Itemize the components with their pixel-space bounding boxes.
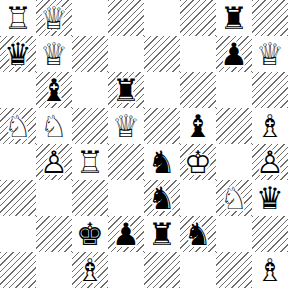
black-queen: ♛ <box>0 36 36 72</box>
square-b8[interactable]: ♛♕ <box>36 0 72 36</box>
white-bishop-backing: ♝ <box>252 252 288 288</box>
black-rook-backing: ♜ <box>216 0 252 36</box>
square-g3[interactable]: ♞♘ <box>216 180 252 216</box>
square-d4[interactable] <box>108 144 144 180</box>
square-e8[interactable] <box>144 0 180 36</box>
white-queen: ♕ <box>36 36 72 72</box>
white-pawn-backing: ♟ <box>252 144 288 180</box>
square-e7[interactable] <box>144 36 180 72</box>
white-queen: ♕ <box>252 36 288 72</box>
square-f5[interactable]: ♝♝ <box>180 108 216 144</box>
square-e2[interactable]: ♜♜ <box>144 216 180 252</box>
square-f1[interactable] <box>180 252 216 288</box>
white-pawn: ♙ <box>252 144 288 180</box>
square-c3[interactable] <box>72 180 108 216</box>
black-rook: ♜ <box>216 0 252 36</box>
square-g8[interactable]: ♜♜ <box>216 0 252 36</box>
white-bishop-backing: ♝ <box>252 108 288 144</box>
square-b4[interactable]: ♟♙ <box>36 144 72 180</box>
white-queen-backing: ♛ <box>36 36 72 72</box>
white-knight-backing: ♞ <box>216 180 252 216</box>
white-queen: ♕ <box>36 0 72 36</box>
square-h7[interactable]: ♛♕ <box>252 36 288 72</box>
square-b6[interactable]: ♝♝ <box>36 72 72 108</box>
black-pawn: ♟ <box>216 36 252 72</box>
square-h3[interactable]: ♛♛ <box>252 180 288 216</box>
black-bishop: ♝ <box>180 108 216 144</box>
square-f3[interactable] <box>180 180 216 216</box>
square-a1[interactable] <box>0 252 36 288</box>
white-bishop: ♗ <box>252 252 288 288</box>
square-b5[interactable]: ♞♘ <box>36 108 72 144</box>
square-c6[interactable] <box>72 72 108 108</box>
square-d1[interactable] <box>108 252 144 288</box>
black-pawn: ♟ <box>108 216 144 252</box>
square-d7[interactable] <box>108 36 144 72</box>
square-c1[interactable]: ♝♗ <box>72 252 108 288</box>
square-g1[interactable] <box>216 252 252 288</box>
square-h6[interactable] <box>252 72 288 108</box>
square-e6[interactable] <box>144 72 180 108</box>
square-c2[interactable]: ♚♚ <box>72 216 108 252</box>
white-rook-backing: ♜ <box>72 144 108 180</box>
black-knight-backing: ♞ <box>144 144 180 180</box>
white-bishop: ♗ <box>72 252 108 288</box>
square-g2[interactable] <box>216 216 252 252</box>
white-pawn: ♙ <box>36 144 72 180</box>
square-c7[interactable] <box>72 36 108 72</box>
black-king: ♚ <box>72 216 108 252</box>
black-pawn-backing: ♟ <box>108 216 144 252</box>
white-king: ♔ <box>180 144 216 180</box>
white-bishop: ♗ <box>252 108 288 144</box>
square-h5[interactable]: ♝♗ <box>252 108 288 144</box>
square-g6[interactable] <box>216 72 252 108</box>
black-queen-backing: ♛ <box>0 36 36 72</box>
white-knight: ♘ <box>0 108 36 144</box>
square-e4[interactable]: ♞♞ <box>144 144 180 180</box>
square-a8[interactable]: ♜♖ <box>0 0 36 36</box>
black-rook-backing: ♜ <box>108 72 144 108</box>
black-rook: ♜ <box>144 216 180 252</box>
black-bishop-backing: ♝ <box>180 108 216 144</box>
square-f7[interactable] <box>180 36 216 72</box>
square-f2[interactable]: ♞♞ <box>180 216 216 252</box>
square-e3[interactable]: ♞♞ <box>144 180 180 216</box>
black-bishop: ♝ <box>36 72 72 108</box>
square-c5[interactable] <box>72 108 108 144</box>
square-g5[interactable] <box>216 108 252 144</box>
square-a3[interactable] <box>0 180 36 216</box>
white-queen-backing: ♛ <box>252 36 288 72</box>
square-d5[interactable]: ♛♕ <box>108 108 144 144</box>
black-knight: ♞ <box>144 180 180 216</box>
black-pawn-backing: ♟ <box>216 36 252 72</box>
white-rook: ♖ <box>72 144 108 180</box>
square-h1[interactable]: ♝♗ <box>252 252 288 288</box>
square-g4[interactable] <box>216 144 252 180</box>
square-h4[interactable]: ♟♙ <box>252 144 288 180</box>
black-bishop-backing: ♝ <box>36 72 72 108</box>
black-king-backing: ♚ <box>72 216 108 252</box>
square-h2[interactable] <box>252 216 288 252</box>
square-e1[interactable] <box>144 252 180 288</box>
square-b7[interactable]: ♛♕ <box>36 36 72 72</box>
square-d8[interactable] <box>108 0 144 36</box>
white-rook-backing: ♜ <box>0 0 36 36</box>
black-rook: ♜ <box>108 72 144 108</box>
square-f6[interactable] <box>180 72 216 108</box>
square-h8[interactable] <box>252 0 288 36</box>
square-d2[interactable]: ♟♟ <box>108 216 144 252</box>
square-f4[interactable]: ♚♔ <box>180 144 216 180</box>
black-queen: ♛ <box>252 180 288 216</box>
black-queen-backing: ♛ <box>252 180 288 216</box>
white-knight-backing: ♞ <box>0 108 36 144</box>
square-f8[interactable] <box>180 0 216 36</box>
square-a7[interactable]: ♛♛ <box>0 36 36 72</box>
square-g7[interactable]: ♟♟ <box>216 36 252 72</box>
white-knight: ♘ <box>36 108 72 144</box>
square-b2[interactable] <box>36 216 72 252</box>
white-queen-backing: ♛ <box>36 0 72 36</box>
black-knight-backing: ♞ <box>144 180 180 216</box>
white-queen-backing: ♛ <box>108 108 144 144</box>
white-knight: ♘ <box>216 180 252 216</box>
white-pawn-backing: ♟ <box>36 144 72 180</box>
white-bishop-backing: ♝ <box>72 252 108 288</box>
square-a5[interactable]: ♞♘ <box>0 108 36 144</box>
black-knight: ♞ <box>180 216 216 252</box>
square-a4[interactable] <box>0 144 36 180</box>
square-c4[interactable]: ♜♖ <box>72 144 108 180</box>
chess-board: ♜♖♛♕♜♜♛♛♛♕♟♟♛♕♝♝♜♜♞♘♞♘♛♕♝♝♝♗♟♙♜♖♞♞♚♔♟♙♞♞… <box>0 0 288 288</box>
square-b1[interactable] <box>36 252 72 288</box>
white-king-backing: ♚ <box>180 144 216 180</box>
square-a6[interactable] <box>0 72 36 108</box>
white-rook: ♖ <box>0 0 36 36</box>
white-queen: ♕ <box>108 108 144 144</box>
black-rook-backing: ♜ <box>144 216 180 252</box>
square-b3[interactable] <box>36 180 72 216</box>
square-e5[interactable] <box>144 108 180 144</box>
square-d6[interactable]: ♜♜ <box>108 72 144 108</box>
black-knight: ♞ <box>144 144 180 180</box>
square-d3[interactable] <box>108 180 144 216</box>
square-c8[interactable] <box>72 0 108 36</box>
square-a2[interactable] <box>0 216 36 252</box>
white-knight-backing: ♞ <box>36 108 72 144</box>
black-knight-backing: ♞ <box>180 216 216 252</box>
